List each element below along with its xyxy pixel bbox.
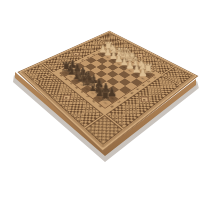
piece-glyph: ♟	[133, 67, 151, 78]
piece-glyph: ♜	[95, 88, 116, 103]
chess-board: ABCDEFGH ABCDEFGH 12345678 12345678 ♜♞♝♛…	[17, 31, 198, 152]
coordinate-label: 2	[144, 79, 153, 85]
product-photo: ABCDEFGH ABCDEFGH 12345678 12345678 ♜♞♝♛…	[0, 0, 200, 200]
photo-scene: ABCDEFGH ABCDEFGH 12345678 12345678 ♜♞♝♛…	[43, 10, 171, 138]
